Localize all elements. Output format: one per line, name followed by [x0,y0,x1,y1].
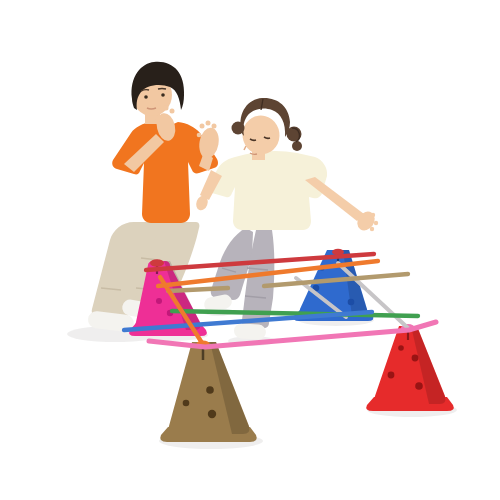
girl-right-arm [305,177,364,221]
girl-right-fingers [371,213,375,217]
magenta-cone-band-knot [150,259,164,267]
boy-right-fingers [200,124,205,129]
boy-left-eye [144,95,148,99]
olive-cone-hole [206,386,214,394]
girl-nose [244,146,246,150]
boy-right-fingers [212,124,217,129]
girl-face [240,113,282,157]
boy-right-fingers [206,121,211,126]
boy-left-thumb [155,119,160,124]
boy-right-eye [161,93,165,97]
boy-left-fingers [158,109,163,114]
boy-left-fingers [164,106,169,111]
olive-cone-hole [208,410,216,418]
green-band [172,311,418,316]
magenta-cone-hole [156,298,162,304]
girl-front-sock [233,323,266,340]
red-cone-hole [412,355,419,362]
red-cone-hole [398,345,404,351]
olive-cone-hole [183,400,190,407]
girl-right-fingers [370,227,374,231]
girl-right-pigtail-curl [292,141,302,151]
girl-right-fingers [374,221,378,225]
red-cone [366,324,454,411]
blue-cone-hole [348,299,355,306]
tan-band-left-segment [168,288,228,291]
boy-right-thumb [197,133,202,138]
olive-cone [160,341,257,443]
red-cone-hole [388,372,395,379]
photo-canvas [0,0,500,500]
scene-illustration [0,0,500,500]
girl-shirt [208,151,327,230]
red-cone-hole [415,382,423,390]
boy-left-fingers [170,109,175,114]
